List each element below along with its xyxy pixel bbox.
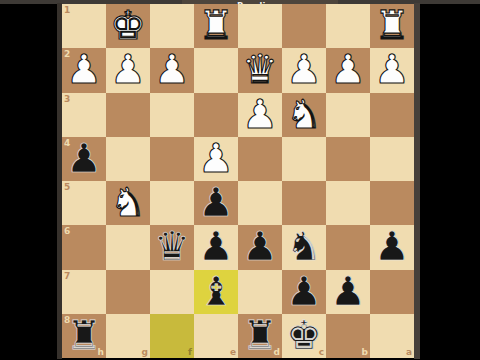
white-rook: ♜ bbox=[374, 3, 410, 47]
white-queen: ♛ bbox=[242, 47, 278, 91]
chess-board: 1♚♜♜♟2♟♟♛♟♟♟3♟♞♟4♟5♞♟6♛♟♟♞♟7♝♟♟♜8hgfe♜d♚… bbox=[62, 4, 414, 358]
white-knight: ♞ bbox=[286, 92, 322, 136]
square-c3[interactable]: ♞ bbox=[282, 93, 326, 137]
file-label-c: c bbox=[319, 348, 324, 357]
file-label-g: g bbox=[142, 348, 148, 357]
white-king: ♚ bbox=[110, 3, 146, 47]
square-h2[interactable]: ♟2 bbox=[62, 48, 106, 92]
black-pawn: ♟ bbox=[66, 136, 102, 180]
black-pawn: ♟ bbox=[242, 224, 278, 268]
white-pawn: ♟ bbox=[374, 47, 410, 91]
square-e4[interactable]: ♟ bbox=[194, 137, 238, 181]
square-b7[interactable]: ♟ bbox=[326, 270, 370, 314]
square-d7[interactable] bbox=[238, 270, 282, 314]
white-pawn: ♟ bbox=[154, 47, 190, 91]
square-d8[interactable]: ♜d bbox=[238, 314, 282, 358]
square-a6[interactable]: ♟ bbox=[370, 225, 414, 269]
square-h1[interactable]: 1 bbox=[62, 4, 106, 48]
black-pawn: ♟ bbox=[286, 269, 322, 313]
square-h4[interactable]: ♟4 bbox=[62, 137, 106, 181]
square-g6[interactable] bbox=[106, 225, 150, 269]
square-b4[interactable] bbox=[326, 137, 370, 181]
square-f6[interactable]: ♛ bbox=[150, 225, 194, 269]
square-g2[interactable]: ♟ bbox=[106, 48, 150, 92]
white-pawn: ♟ bbox=[330, 47, 366, 91]
white-rook: ♜ bbox=[198, 3, 234, 47]
square-b5[interactable] bbox=[326, 181, 370, 225]
file-label-h: h bbox=[98, 348, 104, 357]
file-label-e: e bbox=[230, 348, 236, 357]
square-e8[interactable]: e bbox=[194, 314, 238, 358]
white-pawn: ♟ bbox=[242, 92, 278, 136]
square-g7[interactable] bbox=[106, 270, 150, 314]
square-f4[interactable] bbox=[150, 137, 194, 181]
square-a4[interactable] bbox=[370, 137, 414, 181]
square-g1[interactable]: ♚ bbox=[106, 4, 150, 48]
file-label-a: a bbox=[406, 348, 412, 357]
square-c5[interactable] bbox=[282, 181, 326, 225]
square-f3[interactable] bbox=[150, 93, 194, 137]
square-d5[interactable] bbox=[238, 181, 282, 225]
square-a1[interactable]: ♜ bbox=[370, 4, 414, 48]
black-pawn: ♟ bbox=[330, 269, 366, 313]
square-f8[interactable]: f bbox=[150, 314, 194, 358]
white-knight: ♞ bbox=[110, 180, 146, 224]
square-e2[interactable] bbox=[194, 48, 238, 92]
square-f5[interactable] bbox=[150, 181, 194, 225]
square-g8[interactable]: g bbox=[106, 314, 150, 358]
rank-label-7: 7 bbox=[64, 272, 70, 281]
square-a3[interactable] bbox=[370, 93, 414, 137]
square-e6[interactable]: ♟ bbox=[194, 225, 238, 269]
square-h7[interactable]: 7 bbox=[62, 270, 106, 314]
square-c1[interactable] bbox=[282, 4, 326, 48]
square-h3[interactable]: 3 bbox=[62, 93, 106, 137]
black-pawn: ♟ bbox=[374, 224, 410, 268]
square-e7[interactable]: ♝ bbox=[194, 270, 238, 314]
square-f2[interactable]: ♟ bbox=[150, 48, 194, 92]
square-c2[interactable]: ♟ bbox=[282, 48, 326, 92]
square-c8[interactable]: ♚c bbox=[282, 314, 326, 358]
square-a8[interactable]: a bbox=[370, 314, 414, 358]
square-c4[interactable] bbox=[282, 137, 326, 181]
square-g5[interactable]: ♞ bbox=[106, 181, 150, 225]
black-pawn: ♟ bbox=[198, 180, 234, 224]
video-frame: www.Bandicam.com 1♚♜♜♟2♟♟♛♟♟♟3♟♞♟4♟5♞♟6♛… bbox=[0, 0, 480, 360]
rank-label-8: 8 bbox=[64, 316, 70, 325]
black-rook: ♜ bbox=[66, 313, 102, 357]
black-king: ♚ bbox=[286, 313, 322, 357]
square-f1[interactable] bbox=[150, 4, 194, 48]
square-d3[interactable]: ♟ bbox=[238, 93, 282, 137]
square-d2[interactable]: ♛ bbox=[238, 48, 282, 92]
square-f7[interactable] bbox=[150, 270, 194, 314]
square-b1[interactable] bbox=[326, 4, 370, 48]
square-h6[interactable]: 6 bbox=[62, 225, 106, 269]
square-b8[interactable]: b bbox=[326, 314, 370, 358]
rank-label-5: 5 bbox=[64, 183, 70, 192]
rank-label-4: 4 bbox=[64, 139, 70, 148]
square-d4[interactable] bbox=[238, 137, 282, 181]
square-a7[interactable] bbox=[370, 270, 414, 314]
square-e5[interactable]: ♟ bbox=[194, 181, 238, 225]
square-c6[interactable]: ♞ bbox=[282, 225, 326, 269]
rank-label-6: 6 bbox=[64, 227, 70, 236]
square-a2[interactable]: ♟ bbox=[370, 48, 414, 92]
square-b6[interactable] bbox=[326, 225, 370, 269]
black-rook: ♜ bbox=[242, 313, 278, 357]
white-pawn: ♟ bbox=[286, 47, 322, 91]
board-right-edge bbox=[414, 3, 420, 359]
square-b2[interactable]: ♟ bbox=[326, 48, 370, 92]
square-g3[interactable] bbox=[106, 93, 150, 137]
black-knight: ♞ bbox=[286, 224, 322, 268]
black-bishop: ♝ bbox=[198, 269, 234, 313]
square-d1[interactable] bbox=[238, 4, 282, 48]
white-pawn: ♟ bbox=[110, 47, 146, 91]
square-d6[interactable]: ♟ bbox=[238, 225, 282, 269]
black-queen: ♛ bbox=[154, 224, 190, 268]
square-h8[interactable]: ♜8h bbox=[62, 314, 106, 358]
file-label-d: d bbox=[274, 348, 280, 357]
square-e3[interactable] bbox=[194, 93, 238, 137]
white-pawn: ♟ bbox=[198, 136, 234, 180]
square-e1[interactable]: ♜ bbox=[194, 4, 238, 48]
black-pawn: ♟ bbox=[198, 224, 234, 268]
square-c7[interactable]: ♟ bbox=[282, 270, 326, 314]
square-b3[interactable] bbox=[326, 93, 370, 137]
white-pawn: ♟ bbox=[66, 47, 102, 91]
square-a5[interactable] bbox=[370, 181, 414, 225]
square-g4[interactable] bbox=[106, 137, 150, 181]
file-label-b: b bbox=[362, 348, 368, 357]
file-label-f: f bbox=[188, 348, 192, 357]
rank-label-1: 1 bbox=[64, 6, 70, 15]
rank-label-2: 2 bbox=[64, 50, 70, 59]
square-h5[interactable]: 5 bbox=[62, 181, 106, 225]
rank-label-3: 3 bbox=[64, 95, 70, 104]
